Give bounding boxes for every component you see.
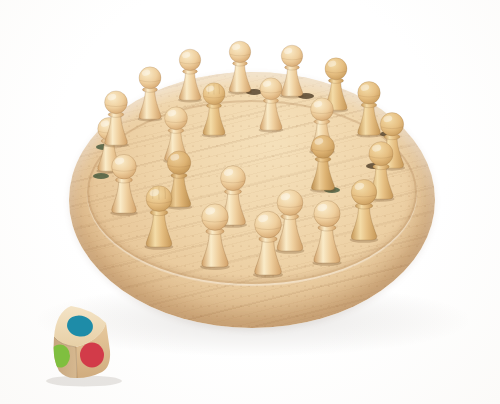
pawn-outer-4[interactable] <box>356 82 381 138</box>
hole-shadow <box>93 173 109 179</box>
pawn-inner-2[interactable] <box>259 78 284 133</box>
pawn-outer-10[interactable] <box>200 204 230 270</box>
scene <box>0 0 500 404</box>
pawn-outer-7[interactable] <box>350 179 379 242</box>
pawn-outer-8[interactable] <box>312 200 341 265</box>
pawn-inner-3[interactable] <box>202 83 227 138</box>
pawn-outer-1[interactable] <box>228 41 252 94</box>
pawn-outer-16[interactable] <box>178 49 202 102</box>
color-die[interactable] <box>40 299 124 387</box>
die-dot-green <box>50 345 70 368</box>
die-dot-red <box>80 343 104 368</box>
pawn-outer-2[interactable] <box>280 45 304 98</box>
pawn-inner-8[interactable] <box>310 135 336 192</box>
pawn-outer-15[interactable] <box>138 67 163 122</box>
pawn-outer-11[interactable] <box>145 186 174 250</box>
pawn-outer-12[interactable] <box>110 154 138 215</box>
